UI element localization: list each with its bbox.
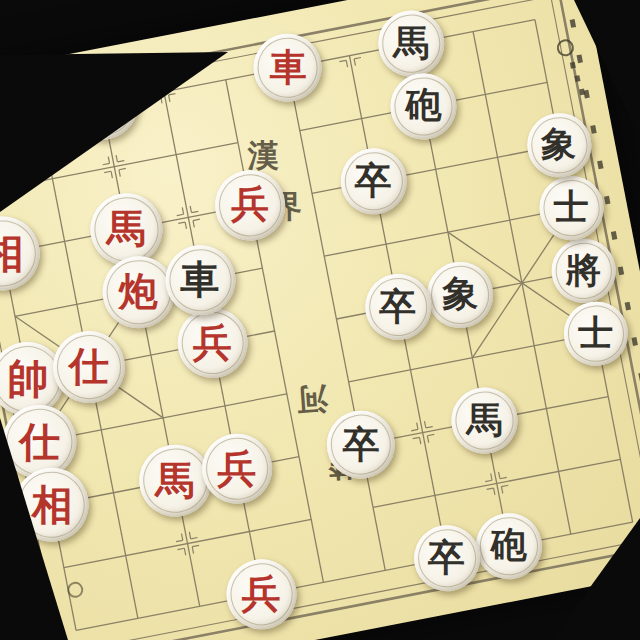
piece-character: 砲 (405, 82, 441, 131)
piece-character: 士 (578, 310, 613, 357)
piece-character: 馬 (107, 202, 146, 256)
piece-character: 將 (566, 247, 601, 294)
margin-print-mark (579, 89, 585, 96)
piece-character: 仕 (19, 414, 60, 469)
piece-character: 仕 (69, 340, 109, 395)
piece-character: 兵 (218, 442, 257, 496)
piece-character: 兵 (231, 180, 269, 231)
piece-character: 相 (31, 477, 72, 532)
piece-character: 卒 (380, 282, 417, 332)
margin-print-mark (570, 62, 576, 69)
margin-print-mark (574, 75, 580, 82)
piece-character: 象 (542, 122, 577, 169)
piece-character: 砲 (491, 522, 527, 571)
piece-character: 兵 (242, 567, 281, 621)
board-photo: 漢界河楚 帥仕仕相相馬馬車炮炮兵兵兵兵將士士象象馬馬車砲砲卒卒卒卒 (0, 0, 640, 640)
piece-character: 炮 (119, 265, 158, 319)
piece-character: 車 (269, 43, 306, 93)
river-character: 河 (296, 377, 330, 421)
piece-character: 卒 (429, 533, 466, 583)
piece-character: 馬 (393, 19, 429, 68)
piece-character: 馬 (467, 396, 503, 445)
piece-character: 相 (0, 226, 23, 281)
piece-character: 象 (442, 270, 478, 319)
piece-character: 帥 (7, 352, 48, 407)
piece-character: 車 (181, 253, 220, 307)
piece-character: 卒 (355, 156, 392, 206)
piece-character: 士 (554, 185, 589, 232)
piece-character: 卒 (342, 420, 379, 470)
piece-character: 馬 (156, 454, 195, 508)
piece-character: 兵 (193, 316, 232, 370)
